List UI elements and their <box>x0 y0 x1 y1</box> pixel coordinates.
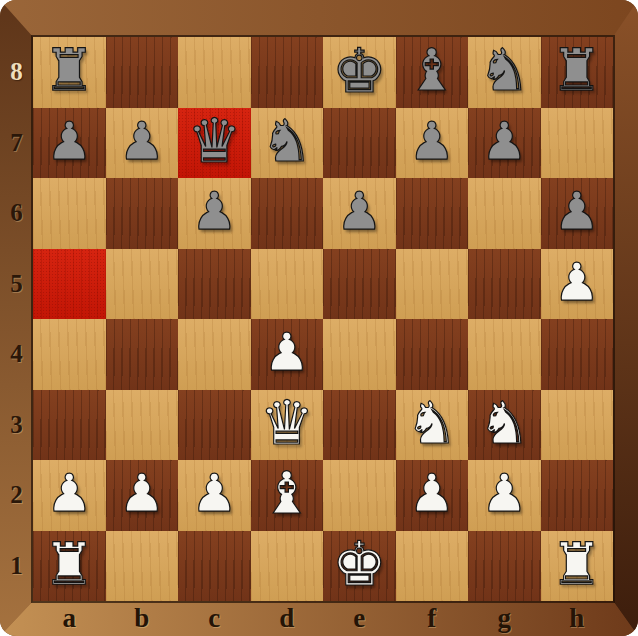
rank-labels: 87654321 <box>0 37 33 601</box>
white-rook-piece[interactable]: ♜ <box>43 535 95 593</box>
square-g8[interactable]: ♞ <box>468 37 541 108</box>
black-pawn-piece[interactable]: ♟ <box>336 185 383 237</box>
square-d8[interactable] <box>251 37 324 108</box>
rank-label-8: 8 <box>0 37 33 108</box>
white-rook-piece[interactable]: ♜ <box>551 535 603 593</box>
frame-right-edge <box>613 0 638 636</box>
file-label-c: c <box>178 601 251 636</box>
square-b3[interactable] <box>106 390 179 461</box>
square-g2[interactable]: ♟ <box>468 460 541 531</box>
square-c5[interactable] <box>178 249 251 320</box>
square-d4[interactable]: ♟ <box>251 319 324 390</box>
square-a7[interactable]: ♟ <box>33 108 106 179</box>
white-queen-piece[interactable]: ♛ <box>259 392 314 453</box>
file-label-g: g <box>468 601 541 636</box>
square-a2[interactable]: ♟ <box>33 460 106 531</box>
black-knight-piece[interactable]: ♞ <box>478 41 530 99</box>
square-g6[interactable] <box>468 178 541 249</box>
file-label-e: e <box>323 601 396 636</box>
white-pawn-piece[interactable]: ♟ <box>263 326 310 378</box>
file-label-f: f <box>396 601 469 636</box>
square-a4[interactable] <box>33 319 106 390</box>
square-c7[interactable]: ♛ <box>178 108 251 179</box>
square-b5[interactable] <box>106 249 179 320</box>
square-d5[interactable] <box>251 249 324 320</box>
square-h6[interactable]: ♟ <box>541 178 614 249</box>
file-label-b: b <box>106 601 179 636</box>
white-pawn-piece[interactable]: ♟ <box>408 467 455 519</box>
square-b7[interactable]: ♟ <box>106 108 179 179</box>
rank-label-6: 6 <box>0 178 33 249</box>
square-g3[interactable]: ♞ <box>468 390 541 461</box>
square-f1[interactable] <box>396 531 469 602</box>
square-c8[interactable] <box>178 37 251 108</box>
square-f8[interactable]: ♝ <box>396 37 469 108</box>
square-e1[interactable]: ♚ <box>323 531 396 602</box>
white-pawn-piece[interactable]: ♟ <box>553 256 600 308</box>
square-h7[interactable] <box>541 108 614 179</box>
rank-label-3: 3 <box>0 390 33 461</box>
white-knight-piece[interactable]: ♞ <box>406 394 458 452</box>
square-h1[interactable]: ♜ <box>541 531 614 602</box>
white-pawn-piece[interactable]: ♟ <box>191 467 238 519</box>
square-e8[interactable]: ♚ <box>323 37 396 108</box>
board-grid: ♜♚♝♞♜♟♟♛♞♟♟♟♟♟♟♟♛♞♞♟♟♟♝♟♟♜♚♜ <box>33 37 613 601</box>
chess-app: ♜♚♝♞♜♟♟♛♞♟♟♟♟♟♟♟♛♞♞♟♟♟♝♟♟♜♚♜ 87654321 ab… <box>0 0 638 636</box>
rank-label-7: 7 <box>0 108 33 179</box>
square-d1[interactable] <box>251 531 324 602</box>
square-f7[interactable]: ♟ <box>396 108 469 179</box>
square-d7[interactable]: ♞ <box>251 108 324 179</box>
black-pawn-piece[interactable]: ♟ <box>408 115 455 167</box>
square-b4[interactable] <box>106 319 179 390</box>
square-c3[interactable] <box>178 390 251 461</box>
square-e7[interactable] <box>323 108 396 179</box>
white-king-piece[interactable]: ♚ <box>332 533 387 594</box>
square-b1[interactable] <box>106 531 179 602</box>
rank-label-1: 1 <box>0 531 33 602</box>
square-b2[interactable]: ♟ <box>106 460 179 531</box>
square-c1[interactable] <box>178 531 251 602</box>
square-e5[interactable] <box>323 249 396 320</box>
file-label-a: a <box>33 601 106 636</box>
square-h5[interactable]: ♟ <box>541 249 614 320</box>
square-b6[interactable] <box>106 178 179 249</box>
square-f2[interactable]: ♟ <box>396 460 469 531</box>
white-pawn-piece[interactable]: ♟ <box>118 467 165 519</box>
white-pawn-piece[interactable]: ♟ <box>46 467 93 519</box>
square-h2[interactable] <box>541 460 614 531</box>
square-g7[interactable]: ♟ <box>468 108 541 179</box>
square-d6[interactable] <box>251 178 324 249</box>
black-pawn-piece[interactable]: ♟ <box>191 185 238 237</box>
square-a8[interactable]: ♜ <box>33 37 106 108</box>
white-knight-piece[interactable]: ♞ <box>478 394 530 452</box>
square-f3[interactable]: ♞ <box>396 390 469 461</box>
black-pawn-piece[interactable]: ♟ <box>118 115 165 167</box>
square-g4[interactable] <box>468 319 541 390</box>
file-label-d: d <box>251 601 324 636</box>
square-a1[interactable]: ♜ <box>33 531 106 602</box>
square-f4[interactable] <box>396 319 469 390</box>
square-c2[interactable]: ♟ <box>178 460 251 531</box>
square-e6[interactable]: ♟ <box>323 178 396 249</box>
square-c6[interactable]: ♟ <box>178 178 251 249</box>
square-f5[interactable] <box>396 249 469 320</box>
black-rook-piece[interactable]: ♜ <box>43 41 95 99</box>
square-e4[interactable] <box>323 319 396 390</box>
square-g1[interactable] <box>468 531 541 602</box>
rank-label-2: 2 <box>0 460 33 531</box>
rank-label-5: 5 <box>0 249 33 320</box>
square-c4[interactable] <box>178 319 251 390</box>
black-pawn-piece[interactable]: ♟ <box>46 115 93 167</box>
board-frame: ♜♚♝♞♜♟♟♛♞♟♟♟♟♟♟♟♛♞♞♟♟♟♝♟♟♜♚♜ 87654321 ab… <box>0 0 638 636</box>
white-bishop-piece[interactable]: ♝ <box>261 464 313 522</box>
black-knight-piece[interactable]: ♞ <box>261 112 313 170</box>
file-labels: abcdefgh <box>33 601 613 636</box>
square-h3[interactable] <box>541 390 614 461</box>
square-a6[interactable] <box>33 178 106 249</box>
frame-top-edge <box>0 0 638 37</box>
square-h4[interactable] <box>541 319 614 390</box>
file-label-h: h <box>541 601 614 636</box>
white-pawn-piece[interactable]: ♟ <box>481 467 528 519</box>
square-a5[interactable] <box>33 249 106 320</box>
black-pawn-piece[interactable]: ♟ <box>481 115 528 167</box>
rank-label-4: 4 <box>0 319 33 390</box>
black-king-piece[interactable]: ♚ <box>332 40 387 101</box>
square-e2[interactable] <box>323 460 396 531</box>
square-b8[interactable] <box>106 37 179 108</box>
black-rook-piece[interactable]: ♜ <box>551 41 603 99</box>
black-queen-piece[interactable]: ♛ <box>187 110 242 171</box>
square-d3[interactable]: ♛ <box>251 390 324 461</box>
square-a3[interactable] <box>33 390 106 461</box>
square-g5[interactable] <box>468 249 541 320</box>
square-h8[interactable]: ♜ <box>541 37 614 108</box>
black-bishop-piece[interactable]: ♝ <box>406 41 458 99</box>
square-f6[interactable] <box>396 178 469 249</box>
black-pawn-piece[interactable]: ♟ <box>553 185 600 237</box>
square-e3[interactable] <box>323 390 396 461</box>
square-d2[interactable]: ♝ <box>251 460 324 531</box>
